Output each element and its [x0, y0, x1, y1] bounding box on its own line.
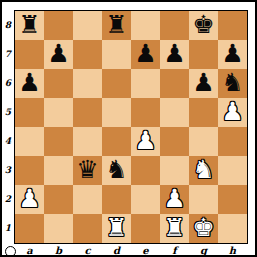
square-e5[interactable] — [131, 98, 160, 127]
square-c1[interactable] — [73, 214, 102, 243]
square-g4[interactable] — [189, 127, 218, 156]
square-h2[interactable] — [218, 185, 247, 214]
square-g5[interactable] — [189, 98, 218, 127]
black-rook-d8[interactable]: ♜ — [102, 11, 131, 40]
black-pawn-g6[interactable]: ♟ — [189, 69, 218, 98]
square-g6[interactable]: ♟ — [189, 69, 218, 98]
square-c7[interactable] — [73, 40, 102, 69]
square-b8[interactable] — [44, 11, 73, 40]
square-e7[interactable]: ♟ — [131, 40, 160, 69]
square-c5[interactable] — [73, 98, 102, 127]
square-a7[interactable] — [15, 40, 44, 69]
square-c8[interactable] — [73, 11, 102, 40]
white-pawn-a2[interactable]: ♟ — [15, 185, 44, 214]
white-pawn-f2[interactable]: ♟ — [160, 185, 189, 214]
square-c2[interactable] — [73, 185, 102, 214]
chess-board[interactable]: ♜♜♚♟♟♟♟♟♟♞♟♟♛♞♞♟♟♜♜♚ — [14, 10, 248, 244]
square-h8[interactable] — [218, 11, 247, 40]
square-e2[interactable] — [131, 185, 160, 214]
square-d4[interactable] — [102, 127, 131, 156]
square-c3[interactable]: ♛ — [73, 156, 102, 185]
square-f3[interactable] — [160, 156, 189, 185]
square-e8[interactable] — [131, 11, 160, 40]
square-f5[interactable] — [160, 98, 189, 127]
black-king-g8[interactable]: ♚ — [189, 11, 218, 40]
square-h5[interactable]: ♟ — [218, 98, 247, 127]
rank-label-5: 5 — [3, 98, 13, 127]
square-f8[interactable] — [160, 11, 189, 40]
rank-label-8: 8 — [3, 11, 13, 40]
square-a4[interactable] — [15, 127, 44, 156]
file-label-h: h — [218, 245, 247, 257]
file-label-b: b — [44, 245, 73, 257]
square-b6[interactable] — [44, 69, 73, 98]
black-queen-c3[interactable]: ♛ — [73, 156, 102, 185]
square-a8[interactable]: ♜ — [15, 11, 44, 40]
white-pawn-e4[interactable]: ♟ — [131, 127, 160, 156]
square-g3[interactable]: ♞ — [189, 156, 218, 185]
square-g2[interactable] — [189, 185, 218, 214]
chess-diagram: 87654321 ♜♜♚♟♟♟♟♟♟♞♟♟♛♞♞♟♟♜♜♚ abcdefgh — [0, 0, 257, 257]
black-pawn-f7[interactable]: ♟ — [160, 40, 189, 69]
square-e6[interactable] — [131, 69, 160, 98]
rank-label-3: 3 — [3, 156, 13, 185]
square-h1[interactable] — [218, 214, 247, 243]
file-label-e: e — [131, 245, 160, 257]
file-label-c: c — [73, 245, 102, 257]
square-d1[interactable]: ♜ — [102, 214, 131, 243]
square-d6[interactable] — [102, 69, 131, 98]
black-knight-d3[interactable]: ♞ — [102, 156, 131, 185]
rank-label-6: 6 — [3, 69, 13, 98]
white-rook-d1[interactable]: ♜ — [102, 214, 131, 243]
square-h6[interactable]: ♞ — [218, 69, 247, 98]
square-b1[interactable] — [44, 214, 73, 243]
square-d2[interactable] — [102, 185, 131, 214]
square-g8[interactable]: ♚ — [189, 11, 218, 40]
square-h3[interactable] — [218, 156, 247, 185]
black-knight-h6[interactable]: ♞ — [218, 69, 247, 98]
rank-label-1: 1 — [3, 214, 13, 243]
square-a1[interactable] — [15, 214, 44, 243]
square-a3[interactable] — [15, 156, 44, 185]
square-c6[interactable] — [73, 69, 102, 98]
square-d5[interactable] — [102, 98, 131, 127]
black-pawn-a6[interactable]: ♟ — [15, 69, 44, 98]
square-e4[interactable]: ♟ — [131, 127, 160, 156]
white-rook-f1[interactable]: ♜ — [160, 214, 189, 243]
black-pawn-e7[interactable]: ♟ — [131, 40, 160, 69]
rank-label-7: 7 — [3, 40, 13, 69]
square-a5[interactable] — [15, 98, 44, 127]
black-pawn-b7[interactable]: ♟ — [44, 40, 73, 69]
file-label-g: g — [189, 245, 218, 257]
file-label-f: f — [160, 245, 189, 257]
white-knight-g3[interactable]: ♞ — [189, 156, 218, 185]
file-labels: abcdefgh — [15, 245, 247, 257]
black-rook-a8[interactable]: ♜ — [15, 11, 44, 40]
square-g7[interactable] — [189, 40, 218, 69]
square-d7[interactable] — [102, 40, 131, 69]
square-f6[interactable] — [160, 69, 189, 98]
black-pawn-h7[interactable]: ♟ — [218, 40, 247, 69]
square-b2[interactable] — [44, 185, 73, 214]
file-label-a: a — [15, 245, 44, 257]
square-c4[interactable] — [73, 127, 102, 156]
square-a2[interactable]: ♟ — [15, 185, 44, 214]
square-h4[interactable] — [218, 127, 247, 156]
rank-label-4: 4 — [3, 127, 13, 156]
square-b4[interactable] — [44, 127, 73, 156]
square-b7[interactable]: ♟ — [44, 40, 73, 69]
square-d3[interactable]: ♞ — [102, 156, 131, 185]
white-to-move-indicator — [5, 246, 16, 257]
file-label-d: d — [102, 245, 131, 257]
square-g1[interactable]: ♚ — [189, 214, 218, 243]
white-pawn-h5[interactable]: ♟ — [218, 98, 247, 127]
square-e3[interactable] — [131, 156, 160, 185]
square-d8[interactable]: ♜ — [102, 11, 131, 40]
square-a6[interactable]: ♟ — [15, 69, 44, 98]
square-f2[interactable]: ♟ — [160, 185, 189, 214]
rank-label-2: 2 — [3, 185, 13, 214]
white-king-g1[interactable]: ♚ — [189, 214, 218, 243]
square-f1[interactable]: ♜ — [160, 214, 189, 243]
rank-labels: 87654321 — [3, 11, 13, 243]
square-f7[interactable]: ♟ — [160, 40, 189, 69]
square-h7[interactable]: ♟ — [218, 40, 247, 69]
square-f4[interactable] — [160, 127, 189, 156]
square-e1[interactable] — [131, 214, 160, 243]
square-b3[interactable] — [44, 156, 73, 185]
square-b5[interactable] — [44, 98, 73, 127]
